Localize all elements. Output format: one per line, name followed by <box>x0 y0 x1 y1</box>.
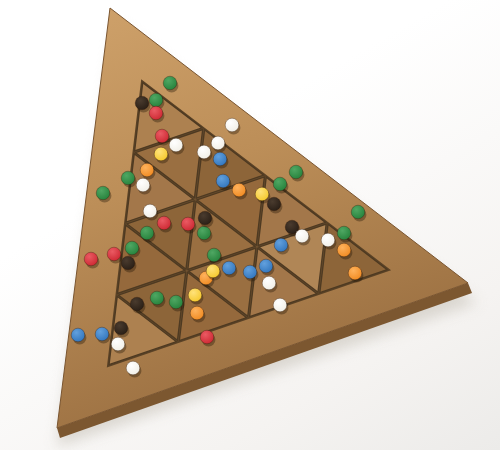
triangle-puzzle-board <box>0 0 500 450</box>
photo-canvas <box>0 0 500 450</box>
